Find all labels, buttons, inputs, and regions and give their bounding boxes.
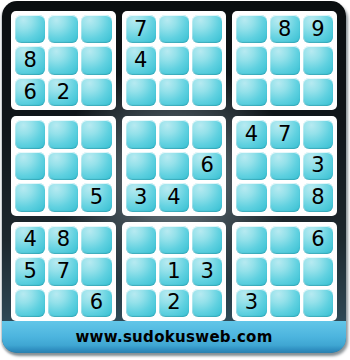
cell-r1c1[interactable]: [15, 15, 45, 43]
cell-r3c1[interactable]: 6: [15, 78, 45, 106]
cell-r9c9[interactable]: [303, 289, 333, 317]
cell-r1c2[interactable]: [48, 15, 78, 43]
cell-r2c2[interactable]: [48, 46, 78, 74]
sudoku-widget: 8627489563447384857613263 www.sudokusweb…: [2, 1, 346, 353]
cell-r6c4[interactable]: 3: [126, 183, 156, 211]
site-url: www.sudokusweb.com: [75, 328, 272, 346]
block-r1c2: 74: [122, 11, 227, 110]
cell-r5c8[interactable]: [270, 152, 300, 180]
cell-r5c3[interactable]: [81, 152, 111, 180]
cell-r1c8[interactable]: 8: [270, 15, 300, 43]
cell-r5c5[interactable]: [159, 152, 189, 180]
cell-r7c5[interactable]: [159, 226, 189, 254]
cell-r2c3[interactable]: [81, 46, 111, 74]
block-r3c3: 63: [232, 222, 337, 321]
cell-r3c6[interactable]: [192, 78, 222, 106]
cell-r7c1[interactable]: 4: [15, 226, 45, 254]
cell-r5c7[interactable]: [236, 152, 266, 180]
cell-r5c9[interactable]: 3: [303, 152, 333, 180]
cell-r4c8[interactable]: 7: [270, 120, 300, 148]
cell-r7c6[interactable]: [192, 226, 222, 254]
cell-r7c3[interactable]: [81, 226, 111, 254]
cell-r9c7[interactable]: 3: [236, 289, 266, 317]
cell-r6c6[interactable]: [192, 183, 222, 211]
block-r3c1: 48576: [11, 222, 116, 321]
cell-r2c1[interactable]: 8: [15, 46, 45, 74]
block-r3c2: 132: [122, 222, 227, 321]
cell-r3c8[interactable]: [270, 78, 300, 106]
cell-r1c5[interactable]: [159, 15, 189, 43]
cell-r1c9[interactable]: 9: [303, 15, 333, 43]
cell-r2c6[interactable]: [192, 46, 222, 74]
cell-r4c6[interactable]: [192, 120, 222, 148]
cell-r3c4[interactable]: [126, 78, 156, 106]
cell-r2c5[interactable]: [159, 46, 189, 74]
cell-r5c1[interactable]: [15, 152, 45, 180]
cell-r9c6[interactable]: [192, 289, 222, 317]
cell-r4c5[interactable]: [159, 120, 189, 148]
cell-r7c9[interactable]: 6: [303, 226, 333, 254]
cell-r4c7[interactable]: 4: [236, 120, 266, 148]
cell-r1c6[interactable]: [192, 15, 222, 43]
cell-r9c4[interactable]: [126, 289, 156, 317]
cell-r7c4[interactable]: [126, 226, 156, 254]
cell-r4c4[interactable]: [126, 120, 156, 148]
cell-r6c9[interactable]: 8: [303, 183, 333, 211]
cell-r5c4[interactable]: [126, 152, 156, 180]
cell-r1c3[interactable]: [81, 15, 111, 43]
block-r2c1: 5: [11, 116, 116, 215]
cell-r8c7[interactable]: [236, 257, 266, 285]
cell-r6c5[interactable]: 4: [159, 183, 189, 211]
cell-r9c1[interactable]: [15, 289, 45, 317]
cell-r2c9[interactable]: [303, 46, 333, 74]
cell-r8c5[interactable]: 1: [159, 257, 189, 285]
cell-r9c3[interactable]: 6: [81, 289, 111, 317]
cell-r6c3[interactable]: 5: [81, 183, 111, 211]
cell-r4c1[interactable]: [15, 120, 45, 148]
cell-r5c6[interactable]: 6: [192, 152, 222, 180]
cell-r1c4[interactable]: 7: [126, 15, 156, 43]
cell-r3c5[interactable]: [159, 78, 189, 106]
footer-bar: www.sudokusweb.com: [2, 321, 346, 353]
cell-r8c3[interactable]: [81, 257, 111, 285]
cell-r6c7[interactable]: [236, 183, 266, 211]
cell-r8c6[interactable]: 3: [192, 257, 222, 285]
cell-r3c7[interactable]: [236, 78, 266, 106]
cell-r2c8[interactable]: [270, 46, 300, 74]
cell-r8c8[interactable]: [270, 257, 300, 285]
block-r1c3: 89: [232, 11, 337, 110]
cell-r7c8[interactable]: [270, 226, 300, 254]
cell-r8c9[interactable]: [303, 257, 333, 285]
cell-r9c5[interactable]: 2: [159, 289, 189, 317]
cell-r7c7[interactable]: [236, 226, 266, 254]
block-r2c3: 4738: [232, 116, 337, 215]
cell-r6c1[interactable]: [15, 183, 45, 211]
cell-r6c8[interactable]: [270, 183, 300, 211]
cell-r2c4[interactable]: 4: [126, 46, 156, 74]
cell-r3c9[interactable]: [303, 78, 333, 106]
block-r2c2: 634: [122, 116, 227, 215]
cell-r4c2[interactable]: [48, 120, 78, 148]
cell-r8c4[interactable]: [126, 257, 156, 285]
cell-r9c2[interactable]: [48, 289, 78, 317]
sudoku-board: 8627489563447384857613263: [11, 11, 337, 321]
cell-r5c2[interactable]: [48, 152, 78, 180]
block-r1c1: 862: [11, 11, 116, 110]
cell-r9c8[interactable]: [270, 289, 300, 317]
cell-r7c2[interactable]: 8: [48, 226, 78, 254]
cell-r3c3[interactable]: [81, 78, 111, 106]
cell-r3c2[interactable]: 2: [48, 78, 78, 106]
cell-r8c2[interactable]: 7: [48, 257, 78, 285]
cell-r8c1[interactable]: 5: [15, 257, 45, 285]
cell-r1c7[interactable]: [236, 15, 266, 43]
cell-r4c3[interactable]: [81, 120, 111, 148]
cell-r4c9[interactable]: [303, 120, 333, 148]
cell-r6c2[interactable]: [48, 183, 78, 211]
cell-r2c7[interactable]: [236, 46, 266, 74]
